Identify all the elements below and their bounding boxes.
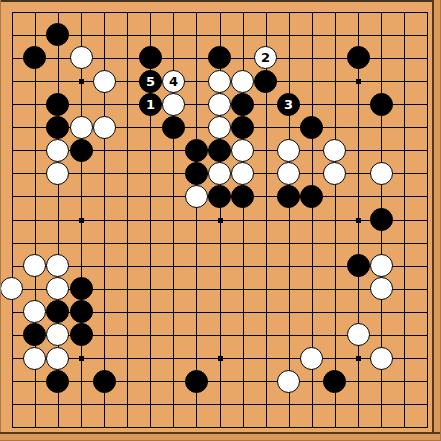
- go-board: 25413: [0, 0, 441, 441]
- board-frame: [0, 0, 441, 441]
- frame-top-edge: [0, 0, 441, 2]
- frame-left-edge: [0, 0, 1, 441]
